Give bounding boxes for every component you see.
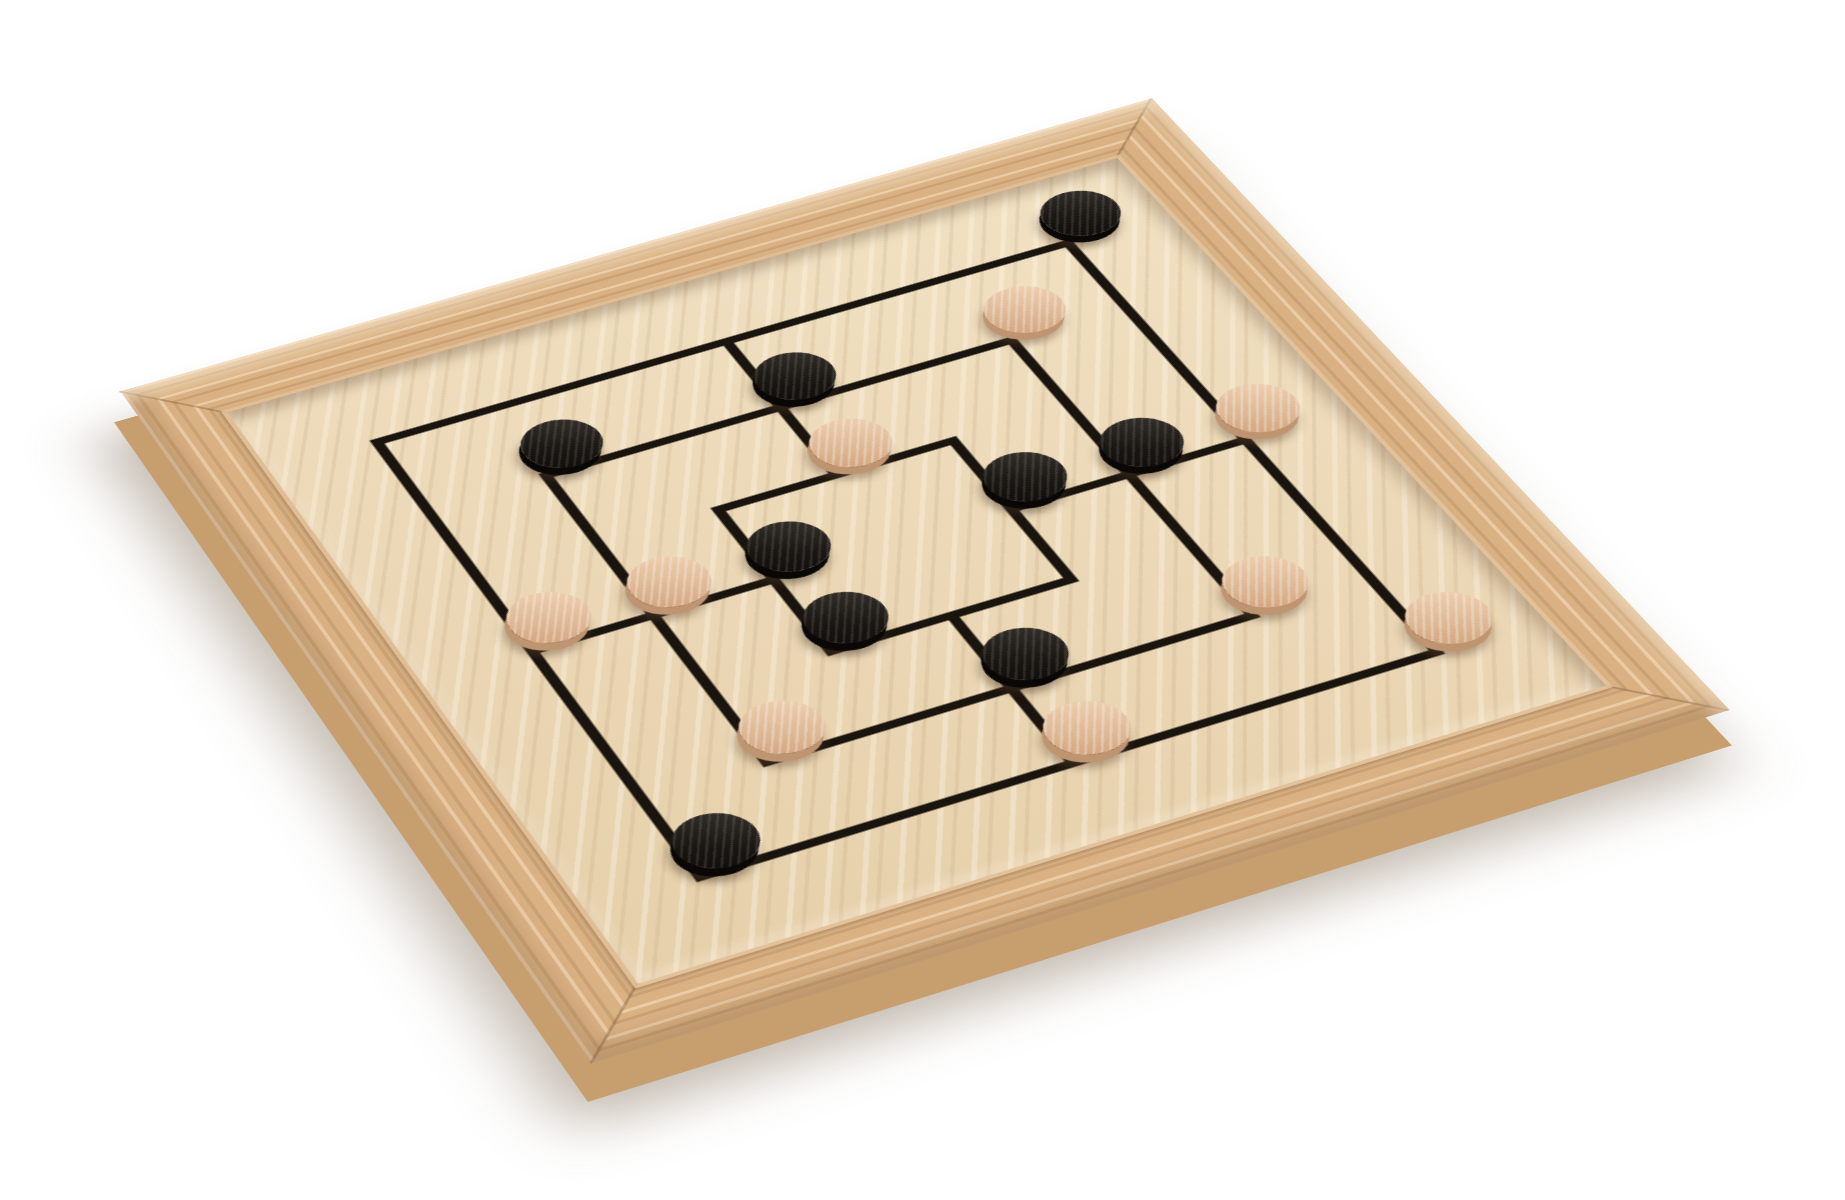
black-piece-f4[interactable] [968, 619, 1084, 689]
light-piece-f2[interactable] [724, 692, 840, 763]
point-d3[interactable] [735, 556, 813, 603]
black-piece-d3[interactable] [733, 513, 845, 580]
light-piece-c4[interactable] [795, 410, 906, 475]
point-d6[interactable] [1090, 452, 1168, 498]
photo-stage [0, 0, 1845, 1200]
point-b6[interactable] [974, 319, 1050, 362]
point-d2[interactable] [615, 592, 692, 639]
black-piece-e3[interactable] [789, 583, 903, 652]
black-piece-b4[interactable] [741, 344, 850, 408]
point-f2[interactable] [727, 738, 807, 788]
point-f4[interactable] [972, 664, 1052, 713]
morris-board [377, 243, 1437, 877]
point-c3[interactable] [680, 487, 756, 533]
point-c5[interactable] [915, 418, 992, 463]
point-d5[interactable] [973, 486, 1051, 532]
point-e5[interactable] [1032, 556, 1111, 603]
point-f6[interactable] [1212, 592, 1292, 640]
black-piece-b2[interactable] [508, 411, 617, 476]
point-c4[interactable] [798, 452, 874, 497]
point-e4[interactable] [912, 592, 991, 639]
light-piece-b6[interactable] [970, 278, 1080, 341]
black-piece-d5[interactable] [969, 444, 1082, 510]
light-piece-d1[interactable] [493, 583, 605, 652]
point-e3[interactable] [792, 628, 871, 676]
point-b4[interactable] [743, 385, 818, 429]
light-piece-d2[interactable] [613, 548, 725, 616]
black-piece-d6[interactable] [1086, 410, 1199, 476]
point-b2[interactable] [509, 453, 584, 498]
light-piece-f6[interactable] [1207, 547, 1323, 616]
